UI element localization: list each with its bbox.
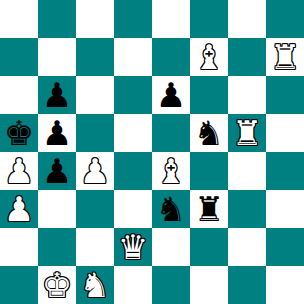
square-c7[interactable]	[76, 38, 114, 76]
square-a7[interactable]	[0, 38, 38, 76]
square-d1[interactable]	[114, 266, 152, 304]
piece-white-rook: ♜	[270, 38, 300, 76]
square-f7[interactable]: ♝	[190, 38, 228, 76]
square-a5[interactable]: ♚	[0, 114, 38, 152]
square-e7[interactable]	[152, 38, 190, 76]
square-e2[interactable]	[152, 228, 190, 266]
square-f2[interactable]	[190, 228, 228, 266]
square-a2[interactable]	[0, 228, 38, 266]
square-g1[interactable]	[228, 266, 266, 304]
square-b8[interactable]	[38, 0, 76, 38]
piece-black-king: ♚	[4, 114, 34, 152]
square-g8[interactable]	[228, 0, 266, 38]
square-h6[interactable]	[266, 76, 304, 114]
piece-white-bishop: ♝	[194, 38, 224, 76]
square-d2[interactable]: ♛	[114, 228, 152, 266]
square-g5[interactable]: ♜	[228, 114, 266, 152]
square-g4[interactable]	[228, 152, 266, 190]
square-c4[interactable]: ♟	[76, 152, 114, 190]
square-b2[interactable]	[38, 228, 76, 266]
square-d4[interactable]	[114, 152, 152, 190]
chess-board: ♝♜♟♟♚♟♞♜♟♟♟♝♟♞♜♛♚♞	[0, 0, 304, 304]
square-e5[interactable]	[152, 114, 190, 152]
square-f1[interactable]	[190, 266, 228, 304]
square-b3[interactable]	[38, 190, 76, 228]
square-f8[interactable]	[190, 0, 228, 38]
piece-black-pawn: ♟	[156, 76, 186, 114]
piece-black-knight: ♞	[194, 114, 224, 152]
square-h5[interactable]	[266, 114, 304, 152]
square-h4[interactable]	[266, 152, 304, 190]
piece-black-rook: ♜	[194, 190, 224, 228]
square-a4[interactable]: ♟	[0, 152, 38, 190]
square-d6[interactable]	[114, 76, 152, 114]
square-f4[interactable]	[190, 152, 228, 190]
square-b7[interactable]	[38, 38, 76, 76]
square-c1[interactable]: ♞	[76, 266, 114, 304]
square-f6[interactable]	[190, 76, 228, 114]
square-b6[interactable]: ♟	[38, 76, 76, 114]
square-e1[interactable]	[152, 266, 190, 304]
piece-white-bishop: ♝	[156, 152, 186, 190]
square-g2[interactable]	[228, 228, 266, 266]
square-c3[interactable]	[76, 190, 114, 228]
square-h2[interactable]	[266, 228, 304, 266]
square-g3[interactable]	[228, 190, 266, 228]
piece-white-pawn: ♟	[80, 152, 110, 190]
square-f3[interactable]: ♜	[190, 190, 228, 228]
square-c5[interactable]	[76, 114, 114, 152]
square-c2[interactable]	[76, 228, 114, 266]
piece-black-pawn: ♟	[42, 152, 72, 190]
square-e8[interactable]	[152, 0, 190, 38]
square-b1[interactable]: ♚	[38, 266, 76, 304]
square-a3[interactable]: ♟	[0, 190, 38, 228]
square-h8[interactable]	[266, 0, 304, 38]
square-d7[interactable]	[114, 38, 152, 76]
piece-white-knight: ♞	[80, 266, 110, 304]
square-d5[interactable]	[114, 114, 152, 152]
square-h3[interactable]	[266, 190, 304, 228]
piece-black-knight: ♞	[156, 190, 186, 228]
piece-white-pawn: ♟	[4, 152, 34, 190]
piece-white-pawn: ♟	[4, 190, 34, 228]
square-c6[interactable]	[76, 76, 114, 114]
square-f5[interactable]: ♞	[190, 114, 228, 152]
square-a8[interactable]	[0, 0, 38, 38]
square-e6[interactable]: ♟	[152, 76, 190, 114]
square-b4[interactable]: ♟	[38, 152, 76, 190]
piece-white-king: ♚	[42, 266, 72, 304]
square-d8[interactable]	[114, 0, 152, 38]
piece-black-pawn: ♟	[42, 76, 72, 114]
square-g7[interactable]	[228, 38, 266, 76]
piece-black-pawn: ♟	[42, 114, 72, 152]
square-b5[interactable]: ♟	[38, 114, 76, 152]
square-h7[interactable]: ♜	[266, 38, 304, 76]
square-e3[interactable]: ♞	[152, 190, 190, 228]
square-d3[interactable]	[114, 190, 152, 228]
square-h1[interactable]	[266, 266, 304, 304]
piece-white-queen: ♛	[118, 228, 148, 266]
square-a6[interactable]	[0, 76, 38, 114]
square-a1[interactable]	[0, 266, 38, 304]
piece-white-rook: ♜	[232, 114, 262, 152]
square-g6[interactable]	[228, 76, 266, 114]
square-c8[interactable]	[76, 0, 114, 38]
square-e4[interactable]: ♝	[152, 152, 190, 190]
